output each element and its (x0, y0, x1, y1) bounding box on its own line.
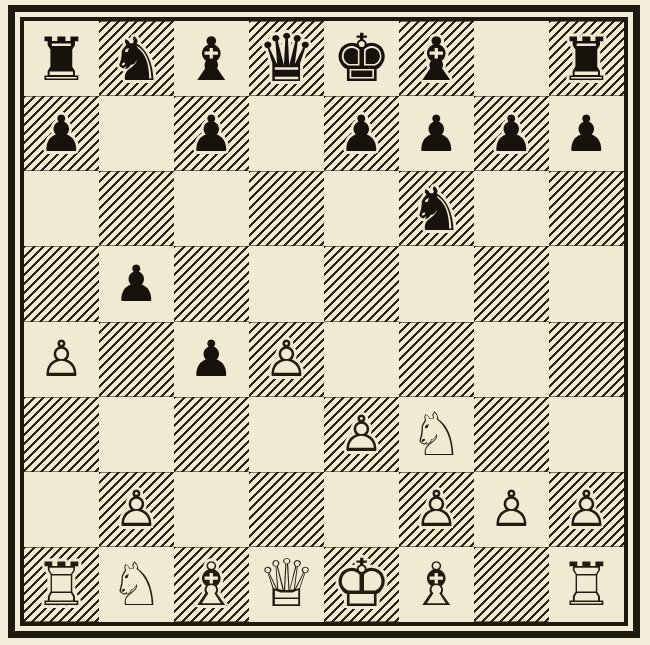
square-e4[interactable] (324, 322, 399, 397)
square-f3[interactable]: ♞♘ (399, 397, 474, 472)
square-g8[interactable] (474, 21, 549, 96)
piece-white-pawn-f2: ♟♙ (399, 472, 474, 547)
square-a1[interactable]: ♜♖ (24, 547, 99, 622)
piece-black-pawn-g7: ♟♟ (474, 96, 549, 171)
white-bishop-icon: ♗ (185, 554, 239, 614)
square-d3[interactable] (249, 397, 324, 472)
square-e6[interactable] (324, 171, 399, 246)
square-h4[interactable] (549, 322, 624, 397)
square-b6[interactable] (99, 171, 174, 246)
square-f2[interactable]: ♟♙ (399, 472, 474, 547)
square-h7[interactable]: ♟♟ (549, 96, 624, 171)
square-a5[interactable] (24, 246, 99, 321)
square-f5[interactable] (399, 246, 474, 321)
white-rook-icon: ♖ (560, 554, 614, 614)
black-pawn-icon: ♟ (339, 109, 384, 159)
square-h8[interactable]: ♜♜ (549, 21, 624, 96)
square-a3[interactable] (24, 397, 99, 472)
square-h3[interactable] (549, 397, 624, 472)
white-pawn-icon: ♙ (114, 484, 159, 534)
square-c2[interactable] (174, 472, 249, 547)
black-pawn-icon: ♟ (39, 109, 84, 159)
square-h5[interactable] (549, 246, 624, 321)
black-queen-icon: ♛ (257, 26, 316, 92)
square-a7[interactable]: ♟♟ (24, 96, 99, 171)
square-f6[interactable]: ♞♞ (399, 171, 474, 246)
square-b8[interactable]: ♞♞ (99, 21, 174, 96)
square-g6[interactable] (474, 171, 549, 246)
piece-white-queen-d1: ♛♕ (249, 547, 324, 622)
square-c3[interactable] (174, 397, 249, 472)
square-c8[interactable]: ♝♝ (174, 21, 249, 96)
square-d5[interactable] (249, 246, 324, 321)
square-e8[interactable]: ♚♚ (324, 21, 399, 96)
piece-white-pawn-b2: ♟♙ (99, 472, 174, 547)
square-e7[interactable]: ♟♟ (324, 96, 399, 171)
square-c5[interactable] (174, 246, 249, 321)
black-rook-icon: ♜ (35, 29, 89, 89)
square-g3[interactable] (474, 397, 549, 472)
white-pawn-icon: ♙ (564, 484, 609, 534)
piece-black-pawn-a7: ♟♟ (24, 96, 99, 171)
square-g7[interactable]: ♟♟ (474, 96, 549, 171)
piece-white-knight-b1: ♞♘ (99, 547, 174, 622)
square-c7[interactable]: ♟♟ (174, 96, 249, 171)
piece-white-pawn-e3: ♟♙ (324, 397, 399, 472)
piece-white-rook-h1: ♜♖ (549, 547, 624, 622)
square-h2[interactable]: ♟♙ (549, 472, 624, 547)
square-f7[interactable]: ♟♟ (399, 96, 474, 171)
piece-black-knight-b8: ♞♞ (99, 21, 174, 96)
black-knight-icon: ♞ (110, 29, 164, 89)
piece-black-rook-a8: ♜♜ (24, 21, 99, 96)
white-pawn-icon: ♙ (264, 334, 309, 384)
white-pawn-icon: ♙ (39, 334, 84, 384)
black-pawn-icon: ♟ (564, 109, 609, 159)
square-b3[interactable] (99, 397, 174, 472)
piece-black-pawn-b5: ♟♟ (99, 246, 174, 321)
piece-black-bishop-c8: ♝♝ (174, 21, 249, 96)
square-b1[interactable]: ♞♘ (99, 547, 174, 622)
square-d4[interactable]: ♟♙ (249, 322, 324, 397)
piece-white-rook-a1: ♜♖ (24, 547, 99, 622)
piece-black-pawn-f7: ♟♟ (399, 96, 474, 171)
piece-white-bishop-c1: ♝♗ (174, 547, 249, 622)
white-knight-icon: ♘ (410, 404, 464, 464)
square-g4[interactable] (474, 322, 549, 397)
piece-white-pawn-g2: ♟♙ (474, 472, 549, 547)
square-d7[interactable] (249, 96, 324, 171)
black-king-icon: ♚ (332, 26, 391, 92)
white-bishop-icon: ♗ (410, 554, 464, 614)
book-page: ♜♜♞♞♝♝♛♛♚♚♝♝♜♜♟♟♟♟♟♟♟♟♟♟♟♟♞♞♟♟♟♙♟♟♟♙♟♙♞♘… (0, 0, 650, 645)
piece-white-king-e1: ♚♔ (324, 547, 399, 622)
square-d6[interactable] (249, 171, 324, 246)
white-knight-icon: ♘ (110, 554, 164, 614)
piece-black-knight-f6: ♞♞ (399, 171, 474, 246)
square-b5[interactable]: ♟♟ (99, 246, 174, 321)
square-e2[interactable] (324, 472, 399, 547)
square-a2[interactable] (24, 472, 99, 547)
square-e1[interactable]: ♚♔ (324, 547, 399, 622)
square-g5[interactable] (474, 246, 549, 321)
square-f1[interactable]: ♝♗ (399, 547, 474, 622)
square-d1[interactable]: ♛♕ (249, 547, 324, 622)
white-rook-icon: ♖ (35, 554, 89, 614)
piece-white-knight-f3: ♞♘ (399, 397, 474, 472)
piece-white-bishop-f1: ♝♗ (399, 547, 474, 622)
piece-black-bishop-f8: ♝♝ (399, 21, 474, 96)
piece-black-pawn-c7: ♟♟ (174, 96, 249, 171)
white-pawn-icon: ♙ (489, 484, 534, 534)
square-a8[interactable]: ♜♜ (24, 21, 99, 96)
board-inner-frame: ♜♜♞♞♝♝♛♛♚♚♝♝♜♜♟♟♟♟♟♟♟♟♟♟♟♟♞♞♟♟♟♙♟♟♟♙♟♙♞♘… (20, 17, 628, 626)
square-e3[interactable]: ♟♙ (324, 397, 399, 472)
square-g1[interactable] (474, 547, 549, 622)
square-c6[interactable] (174, 171, 249, 246)
white-pawn-icon: ♙ (414, 484, 459, 534)
square-f8[interactable]: ♝♝ (399, 21, 474, 96)
black-pawn-icon: ♟ (189, 334, 234, 384)
chess-board: ♜♜♞♞♝♝♛♛♚♚♝♝♜♜♟♟♟♟♟♟♟♟♟♟♟♟♞♞♟♟♟♙♟♟♟♙♟♙♞♘… (24, 21, 624, 622)
piece-black-pawn-h7: ♟♟ (549, 96, 624, 171)
square-a6[interactable] (24, 171, 99, 246)
piece-white-pawn-a4: ♟♙ (24, 322, 99, 397)
black-pawn-icon: ♟ (114, 259, 159, 309)
piece-black-pawn-e7: ♟♟ (324, 96, 399, 171)
piece-black-rook-h8: ♜♜ (549, 21, 624, 96)
square-d2[interactable] (249, 472, 324, 547)
black-rook-icon: ♜ (560, 29, 614, 89)
black-pawn-icon: ♟ (489, 109, 534, 159)
square-b7[interactable] (99, 96, 174, 171)
white-queen-icon: ♕ (257, 551, 316, 617)
square-b4[interactable] (99, 322, 174, 397)
square-d8[interactable]: ♛♛ (249, 21, 324, 96)
piece-white-pawn-d4: ♟♙ (249, 322, 324, 397)
piece-black-pawn-c4: ♟♟ (174, 322, 249, 397)
piece-black-queen-d8: ♛♛ (249, 21, 324, 96)
square-h6[interactable] (549, 171, 624, 246)
black-pawn-icon: ♟ (189, 109, 234, 159)
square-b2[interactable]: ♟♙ (99, 472, 174, 547)
black-bishop-icon: ♝ (410, 29, 464, 89)
white-pawn-icon: ♙ (339, 409, 384, 459)
black-knight-icon: ♞ (410, 179, 464, 239)
square-c1[interactable]: ♝♗ (174, 547, 249, 622)
board-outer-frame: ♜♜♞♞♝♝♛♛♚♚♝♝♜♜♟♟♟♟♟♟♟♟♟♟♟♟♞♞♟♟♟♙♟♟♟♙♟♙♞♘… (8, 5, 640, 638)
piece-black-king-e8: ♚♚ (324, 21, 399, 96)
square-g2[interactable]: ♟♙ (474, 472, 549, 547)
square-h1[interactable]: ♜♖ (549, 547, 624, 622)
black-bishop-icon: ♝ (185, 29, 239, 89)
piece-white-pawn-h2: ♟♙ (549, 472, 624, 547)
white-king-icon: ♔ (332, 551, 391, 617)
black-pawn-icon: ♟ (414, 109, 459, 159)
square-a4[interactable]: ♟♙ (24, 322, 99, 397)
square-f4[interactable] (399, 322, 474, 397)
square-e5[interactable] (324, 246, 399, 321)
square-c4[interactable]: ♟♟ (174, 322, 249, 397)
